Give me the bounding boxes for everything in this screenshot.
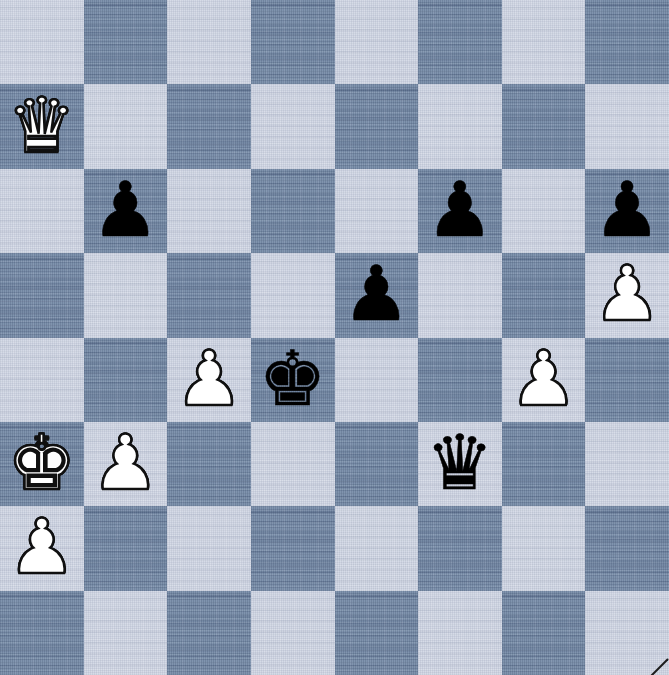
square-e6[interactable] [335, 169, 419, 253]
square-h3[interactable] [585, 422, 669, 506]
square-e2[interactable] [335, 506, 419, 590]
square-h7[interactable] [585, 84, 669, 168]
square-d5[interactable] [251, 253, 335, 337]
square-c2[interactable] [167, 506, 251, 590]
square-f3[interactable]: ♛ [418, 422, 502, 506]
square-b4[interactable] [84, 338, 168, 422]
square-g5[interactable] [502, 253, 586, 337]
square-f2[interactable] [418, 506, 502, 590]
square-b7[interactable] [84, 84, 168, 168]
square-b6[interactable]: ♟ [84, 169, 168, 253]
square-d4[interactable]: ♚ [251, 338, 335, 422]
square-b8[interactable] [84, 0, 168, 84]
square-g3[interactable] [502, 422, 586, 506]
black-pawn[interactable]: ♟ [593, 172, 661, 248]
square-h6[interactable]: ♟ [585, 169, 669, 253]
square-a7[interactable]: ♛ [0, 84, 84, 168]
square-h1[interactable] [585, 591, 669, 675]
square-g6[interactable] [502, 169, 586, 253]
square-a5[interactable] [0, 253, 84, 337]
square-c7[interactable] [167, 84, 251, 168]
square-f7[interactable] [418, 84, 502, 168]
white-queen[interactable]: ♛ [8, 88, 76, 164]
square-c4[interactable]: ♟ [167, 338, 251, 422]
square-a1[interactable] [0, 591, 84, 675]
square-e7[interactable] [335, 84, 419, 168]
white-pawn[interactable]: ♟ [593, 256, 661, 332]
square-c8[interactable] [167, 0, 251, 84]
square-d1[interactable] [251, 591, 335, 675]
square-f5[interactable] [418, 253, 502, 337]
square-c3[interactable] [167, 422, 251, 506]
square-e8[interactable] [335, 0, 419, 84]
square-d8[interactable] [251, 0, 335, 84]
square-h5[interactable]: ♟ [585, 253, 669, 337]
square-d3[interactable] [251, 422, 335, 506]
square-c5[interactable] [167, 253, 251, 337]
square-g2[interactable] [502, 506, 586, 590]
square-c6[interactable] [167, 169, 251, 253]
chess-board: ♛♟♟♟♟♟♟♚♟♚♟♛♟ [0, 0, 669, 675]
square-b2[interactable] [84, 506, 168, 590]
white-pawn[interactable]: ♟ [91, 425, 159, 501]
black-pawn[interactable]: ♟ [342, 256, 410, 332]
black-queen[interactable]: ♛ [426, 425, 494, 501]
square-c1[interactable] [167, 591, 251, 675]
square-f8[interactable] [418, 0, 502, 84]
white-pawn[interactable]: ♟ [175, 341, 243, 417]
square-a3[interactable]: ♚ [0, 422, 84, 506]
square-d2[interactable] [251, 506, 335, 590]
square-a8[interactable] [0, 0, 84, 84]
square-h8[interactable] [585, 0, 669, 84]
square-e1[interactable] [335, 591, 419, 675]
black-king[interactable]: ♚ [259, 341, 327, 417]
square-g4[interactable]: ♟ [502, 338, 586, 422]
black-pawn[interactable]: ♟ [426, 172, 494, 248]
square-f4[interactable] [418, 338, 502, 422]
white-king[interactable]: ♚ [8, 425, 76, 501]
black-pawn[interactable]: ♟ [91, 172, 159, 248]
square-h4[interactable] [585, 338, 669, 422]
square-h2[interactable] [585, 506, 669, 590]
square-f6[interactable]: ♟ [418, 169, 502, 253]
square-a6[interactable] [0, 169, 84, 253]
white-pawn[interactable]: ♟ [509, 341, 577, 417]
square-d7[interactable] [251, 84, 335, 168]
square-a2[interactable]: ♟ [0, 506, 84, 590]
square-b3[interactable]: ♟ [84, 422, 168, 506]
square-a4[interactable] [0, 338, 84, 422]
square-b1[interactable] [84, 591, 168, 675]
square-e4[interactable] [335, 338, 419, 422]
square-e5[interactable]: ♟ [335, 253, 419, 337]
square-b5[interactable] [84, 253, 168, 337]
square-g8[interactable] [502, 0, 586, 84]
square-g1[interactable] [502, 591, 586, 675]
square-e3[interactable] [335, 422, 419, 506]
square-d6[interactable] [251, 169, 335, 253]
square-f1[interactable] [418, 591, 502, 675]
white-pawn[interactable]: ♟ [8, 509, 76, 585]
square-g7[interactable] [502, 84, 586, 168]
